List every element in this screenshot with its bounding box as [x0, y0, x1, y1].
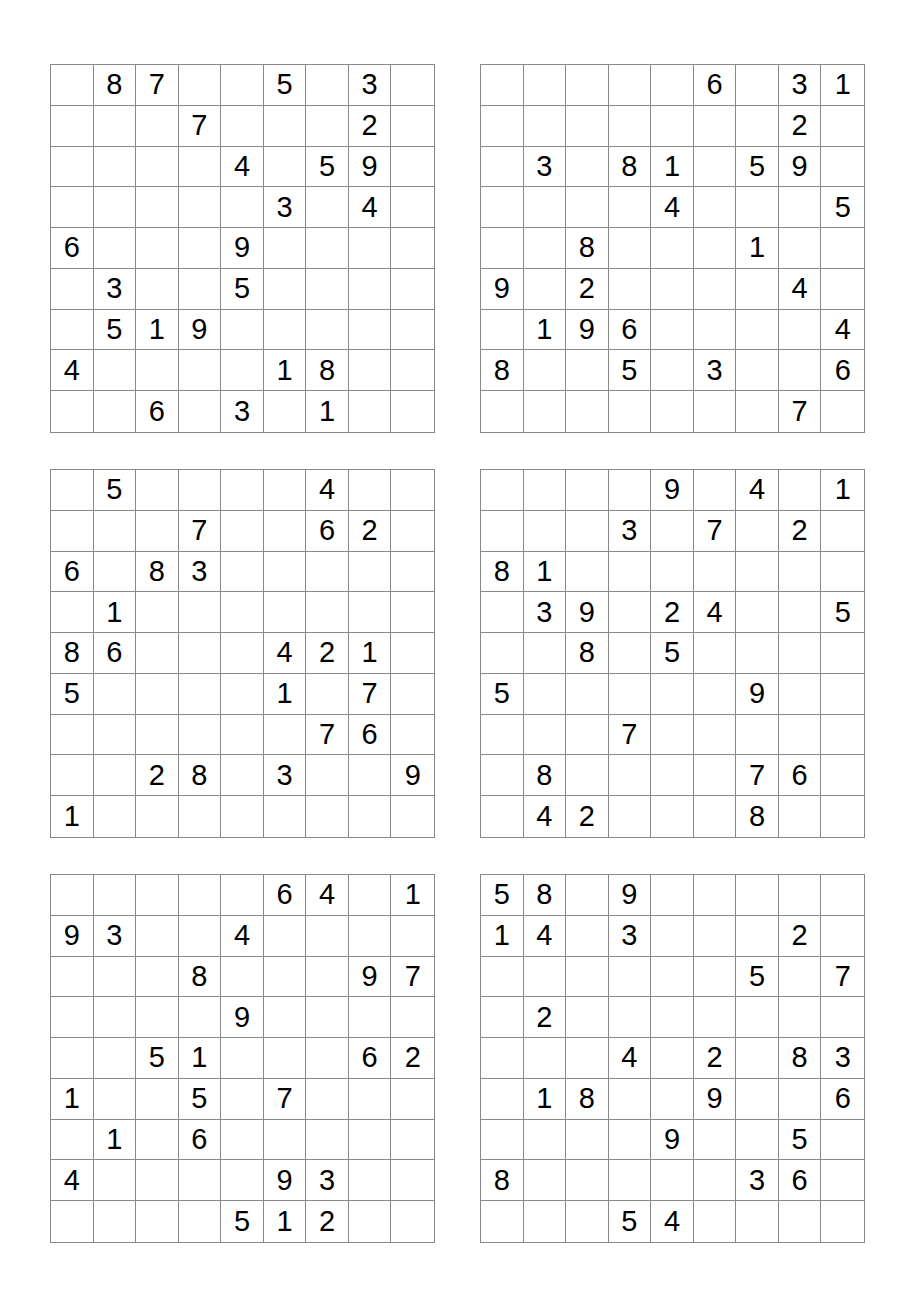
sudoku-board-bottom-left: 6419348979516215716493512: [50, 874, 435, 1243]
sudoku-cell: [306, 1120, 349, 1161]
sudoku-cell: [306, 957, 349, 998]
sudoku-cell: [136, 187, 179, 228]
sudoku-cell: [51, 875, 94, 916]
sudoku-cell: [221, 957, 264, 998]
sudoku-cell: [264, 1038, 307, 1079]
sudoku-cell: [179, 391, 222, 432]
sudoku-cell: 9: [179, 310, 222, 351]
sudoku-cell: [306, 552, 349, 593]
sudoku-cell: [51, 755, 94, 796]
sudoku-cell: [221, 1160, 264, 1201]
sudoku-cell: 9: [566, 310, 609, 351]
sudoku-cell: [264, 715, 307, 756]
sudoku-cell: [221, 796, 264, 837]
sudoku-cell: [136, 1160, 179, 1201]
sudoku-cell: [524, 633, 567, 674]
sudoku-cell: 9: [221, 997, 264, 1038]
sudoku-cell: [349, 310, 392, 351]
sudoku-cell: 9: [566, 592, 609, 633]
sudoku-cell: 1: [306, 391, 349, 432]
sudoku-cell: [136, 633, 179, 674]
sudoku-cell: 3: [821, 1038, 864, 1079]
sudoku-cell: [391, 511, 434, 552]
sudoku-cell: [136, 875, 179, 916]
sudoku-cell: [651, 228, 694, 269]
sudoku-cell: [694, 796, 737, 837]
sudoku-cell: [609, 65, 652, 106]
sudoku-cell: 8: [566, 228, 609, 269]
sudoku-board-top-right: 6312381594581924196485367: [480, 64, 865, 433]
sudoku-cell: [694, 997, 737, 1038]
sudoku-cell: 5: [264, 65, 307, 106]
sudoku-cell: [136, 147, 179, 188]
sudoku-cell: 4: [524, 916, 567, 957]
sudoku-cell: [821, 147, 864, 188]
sudoku-cell: [736, 715, 779, 756]
sudoku-cell: [779, 552, 822, 593]
sudoku-cell: [651, 552, 694, 593]
sudoku-cell: 9: [264, 1160, 307, 1201]
sudoku-cell: [651, 916, 694, 957]
sudoku-cell: [566, 470, 609, 511]
sudoku-cell: [566, 715, 609, 756]
sudoku-cell: [349, 755, 392, 796]
sudoku-cell: 9: [736, 674, 779, 715]
sudoku-cell: [179, 592, 222, 633]
sudoku-cell: [349, 997, 392, 1038]
sudoku-cell: [264, 916, 307, 957]
sudoku-cell: 9: [481, 269, 524, 310]
sudoku-cell: [391, 997, 434, 1038]
sudoku-cell: [609, 269, 652, 310]
sudoku-cell: 5: [179, 1079, 222, 1120]
sudoku-cell: [306, 228, 349, 269]
sudoku-cell: [566, 552, 609, 593]
sudoku-cell: [349, 796, 392, 837]
sudoku-cell: [736, 552, 779, 593]
sudoku-cell: [524, 511, 567, 552]
sudoku-cell: [821, 875, 864, 916]
sudoku-cell: 1: [51, 796, 94, 837]
sudoku-board-top-left: 875372459346935519418631: [50, 64, 435, 433]
sudoku-cell: [221, 1120, 264, 1161]
sudoku-cell: [821, 1201, 864, 1242]
sudoku-cell: [566, 1201, 609, 1242]
sudoku-cell: [694, 674, 737, 715]
sudoku-cell: [94, 957, 137, 998]
sudoku-cell: [524, 1038, 567, 1079]
sudoku-cell: 1: [651, 147, 694, 188]
sudoku-cell: [779, 310, 822, 351]
sudoku-cell: [136, 916, 179, 957]
sudoku-cell: 1: [481, 916, 524, 957]
sudoku-cell: [481, 228, 524, 269]
sudoku-cell: 6: [779, 1160, 822, 1201]
sudoku-cell: [179, 1201, 222, 1242]
sudoku-cell: 6: [51, 228, 94, 269]
sudoku-cell: [524, 228, 567, 269]
sudoku-cell: [694, 552, 737, 593]
sudoku-cell: [136, 997, 179, 1038]
sudoku-cell: 9: [349, 957, 392, 998]
sudoku-cell: [179, 633, 222, 674]
sudoku-cell: 5: [609, 1201, 652, 1242]
sudoku-cell: [391, 228, 434, 269]
sudoku-cell: [94, 997, 137, 1038]
sudoku-cell: [264, 106, 307, 147]
sudoku-cell: 2: [779, 106, 822, 147]
sudoku-cell: [391, 552, 434, 593]
sudoku-cell: [566, 1120, 609, 1161]
sudoku-cell: [651, 391, 694, 432]
sudoku-cell: [609, 1120, 652, 1161]
sudoku-cell: [94, 350, 137, 391]
sudoku-cell: [391, 674, 434, 715]
sudoku-cell: [524, 1201, 567, 1242]
sudoku-cell: [221, 592, 264, 633]
sudoku-cell: 5: [651, 633, 694, 674]
sudoku-cell: [94, 1160, 137, 1201]
sudoku-cell: [481, 310, 524, 351]
sudoku-cell: [136, 796, 179, 837]
sudoku-cell: 5: [821, 592, 864, 633]
sudoku-cell: 2: [524, 997, 567, 1038]
sudoku-board-bottom-right: 5891432572428318969583654: [480, 874, 865, 1243]
sudoku-cell: 1: [349, 633, 392, 674]
sudoku-cell: [349, 350, 392, 391]
sudoku-cell: [264, 147, 307, 188]
sudoku-cell: 4: [651, 187, 694, 228]
sudoku-cell: [566, 674, 609, 715]
sudoku-cell: 9: [651, 470, 694, 511]
sudoku-cell: [264, 552, 307, 593]
sudoku-cell: [221, 674, 264, 715]
sudoku-cell: 6: [349, 715, 392, 756]
sudoku-cell: [566, 1160, 609, 1201]
sudoku-cell: 7: [349, 674, 392, 715]
sudoku-cell: [306, 796, 349, 837]
sudoku-cell: [524, 1120, 567, 1161]
sudoku-cell: 1: [179, 1038, 222, 1079]
sudoku-cell: [264, 310, 307, 351]
sudoku-cell: [306, 187, 349, 228]
sudoku-cell: [736, 916, 779, 957]
sudoku-cell: [221, 470, 264, 511]
sudoku-cell: 9: [779, 147, 822, 188]
sudoku-cell: [221, 552, 264, 593]
sudoku-cell: 6: [694, 65, 737, 106]
sudoku-cell: [566, 65, 609, 106]
sudoku-cell: [94, 147, 137, 188]
sudoku-cell: [349, 916, 392, 957]
sudoku-cell: [51, 470, 94, 511]
sudoku-cell: 2: [566, 796, 609, 837]
sudoku-cell: [694, 391, 737, 432]
sudoku-cell: 5: [736, 147, 779, 188]
sudoku-cell: [736, 1201, 779, 1242]
sudoku-cell: [264, 470, 307, 511]
sudoku-cell: [179, 715, 222, 756]
sudoku-cell: [736, 269, 779, 310]
sudoku-cell: 3: [736, 1160, 779, 1201]
sudoku-cell: [221, 1079, 264, 1120]
sudoku-cell: [221, 1038, 264, 1079]
sudoku-cell: 6: [51, 552, 94, 593]
sudoku-cell: 3: [779, 65, 822, 106]
sudoku-cell: 4: [264, 633, 307, 674]
sudoku-cell: [694, 269, 737, 310]
sudoku-cell: [821, 633, 864, 674]
sudoku-cell: 1: [264, 1201, 307, 1242]
sudoku-cell: [821, 997, 864, 1038]
sudoku-cell: 2: [779, 916, 822, 957]
sudoku-cell: [609, 957, 652, 998]
sudoku-cell: [609, 633, 652, 674]
sudoku-cell: 5: [94, 470, 137, 511]
sudoku-cell: 2: [694, 1038, 737, 1079]
sudoku-cell: [694, 715, 737, 756]
sudoku-cell: [694, 228, 737, 269]
sudoku-cell: [179, 796, 222, 837]
sudoku-cell: [821, 511, 864, 552]
sudoku-cell: [524, 187, 567, 228]
sudoku-cell: [694, 470, 737, 511]
sudoku-cell: [136, 470, 179, 511]
sudoku-cell: [481, 1120, 524, 1161]
sudoku-cell: [566, 755, 609, 796]
sudoku-cell: 2: [349, 106, 392, 147]
sudoku-cell: 3: [264, 755, 307, 796]
sudoku-cell: 7: [694, 511, 737, 552]
sudoku-cell: [391, 65, 434, 106]
sudoku-cell: [221, 755, 264, 796]
sudoku-cell: [136, 511, 179, 552]
sudoku-cell: [391, 1120, 434, 1161]
sudoku-cell: [736, 310, 779, 351]
sudoku-sheet-page: 875372459346935519418631 631238159458192…: [0, 0, 920, 1303]
sudoku-cell: [94, 106, 137, 147]
sudoku-cell: [136, 674, 179, 715]
sudoku-cell: [481, 65, 524, 106]
sudoku-cell: 2: [391, 1038, 434, 1079]
sudoku-cell: [51, 147, 94, 188]
sudoku-cell: [736, 1038, 779, 1079]
sudoku-cell: 9: [221, 228, 264, 269]
sudoku-cell: [524, 470, 567, 511]
sudoku-cell: [179, 1160, 222, 1201]
sudoku-cell: [524, 65, 567, 106]
sudoku-cell: 2: [306, 1201, 349, 1242]
sudoku-cell: [694, 1120, 737, 1161]
sudoku-cell: [694, 106, 737, 147]
sudoku-cell: [609, 228, 652, 269]
sudoku-cell: 3: [349, 65, 392, 106]
sudoku-cell: [609, 187, 652, 228]
sudoku-cell: [694, 633, 737, 674]
sudoku-cell: [349, 1160, 392, 1201]
sudoku-cell: [264, 511, 307, 552]
sudoku-cell: 2: [349, 511, 392, 552]
sudoku-cell: [524, 957, 567, 998]
sudoku-cell: 3: [694, 350, 737, 391]
sudoku-cell: 1: [264, 674, 307, 715]
sudoku-cell: 3: [306, 1160, 349, 1201]
sudoku-cell: [349, 1201, 392, 1242]
sudoku-cell: 1: [94, 592, 137, 633]
sudoku-cell: [51, 997, 94, 1038]
sudoku-cell: [391, 391, 434, 432]
sudoku-cell: 1: [264, 350, 307, 391]
sudoku-cell: [694, 1201, 737, 1242]
sudoku-cell: 9: [391, 755, 434, 796]
sudoku-cell: [651, 1160, 694, 1201]
sudoku-cell: 7: [609, 715, 652, 756]
sudoku-cell: [651, 1079, 694, 1120]
sudoku-cell: 3: [179, 552, 222, 593]
sudoku-cell: [609, 470, 652, 511]
sudoku-cell: 6: [821, 350, 864, 391]
sudoku-cell: 1: [524, 552, 567, 593]
sudoku-cell: [349, 269, 392, 310]
sudoku-cell: [694, 187, 737, 228]
sudoku-cell: [481, 1079, 524, 1120]
sudoku-cell: 4: [651, 1201, 694, 1242]
sudoku-cell: [779, 997, 822, 1038]
sudoku-cell: [136, 1201, 179, 1242]
sudoku-cell: [779, 674, 822, 715]
sudoku-cell: [821, 1120, 864, 1161]
sudoku-cell: 3: [264, 187, 307, 228]
sudoku-cell: [391, 147, 434, 188]
sudoku-cell: [566, 957, 609, 998]
sudoku-cell: 3: [609, 511, 652, 552]
sudoku-cell: [136, 269, 179, 310]
sudoku-cell: 8: [524, 875, 567, 916]
sudoku-cell: [651, 1038, 694, 1079]
sudoku-cell: [651, 310, 694, 351]
sudoku-cell: [779, 1201, 822, 1242]
sudoku-cell: [694, 755, 737, 796]
sudoku-cell: 1: [524, 1079, 567, 1120]
sudoku-cell: [779, 875, 822, 916]
sudoku-cell: [651, 269, 694, 310]
sudoku-cell: [566, 1038, 609, 1079]
sudoku-cell: [136, 1120, 179, 1161]
sudoku-cell: [651, 796, 694, 837]
sudoku-cell: [651, 957, 694, 998]
sudoku-cell: [94, 755, 137, 796]
sudoku-cell: [779, 228, 822, 269]
sudoku-cell: [821, 391, 864, 432]
sudoku-cell: [349, 552, 392, 593]
puzzle-sheet: 875372459346935519418631 631238159458192…: [50, 64, 865, 1243]
sudoku-cell: [306, 916, 349, 957]
sudoku-cell: [651, 511, 694, 552]
sudoku-cell: [694, 1160, 737, 1201]
sudoku-cell: [349, 875, 392, 916]
sudoku-cell: [566, 916, 609, 957]
sudoku-cell: [179, 228, 222, 269]
sudoku-cell: [779, 1079, 822, 1120]
sudoku-cell: [391, 269, 434, 310]
sudoku-cell: 8: [736, 796, 779, 837]
sudoku-cell: [694, 310, 737, 351]
sudoku-cell: 2: [136, 755, 179, 796]
sudoku-cell: [349, 228, 392, 269]
sudoku-cell: 8: [566, 633, 609, 674]
sudoku-cell: [779, 796, 822, 837]
sudoku-cell: 4: [306, 470, 349, 511]
sudoku-cell: [51, 391, 94, 432]
sudoku-cell: [94, 228, 137, 269]
sudoku-cell: 8: [179, 755, 222, 796]
sudoku-cell: [136, 592, 179, 633]
sudoku-cell: [566, 511, 609, 552]
sudoku-cell: [609, 755, 652, 796]
sudoku-cell: 7: [391, 957, 434, 998]
sudoku-cell: [609, 1160, 652, 1201]
sudoku-cell: 4: [609, 1038, 652, 1079]
sudoku-cell: [609, 391, 652, 432]
sudoku-cell: [481, 957, 524, 998]
sudoku-cell: 4: [306, 875, 349, 916]
sudoku-cell: 7: [779, 391, 822, 432]
sudoku-cell: [136, 957, 179, 998]
sudoku-cell: 4: [51, 1160, 94, 1201]
sudoku-cell: 2: [306, 633, 349, 674]
sudoku-cell: [779, 187, 822, 228]
sudoku-cell: 4: [779, 269, 822, 310]
sudoku-cell: [566, 391, 609, 432]
sudoku-cell: [306, 65, 349, 106]
sudoku-cell: [51, 187, 94, 228]
sudoku-cell: [736, 350, 779, 391]
sudoku-cell: [179, 875, 222, 916]
sudoku-cell: [221, 715, 264, 756]
sudoku-cell: 5: [609, 350, 652, 391]
sudoku-cell: [391, 715, 434, 756]
sudoku-cell: 3: [524, 147, 567, 188]
sudoku-cell: 8: [779, 1038, 822, 1079]
sudoku-cell: 5: [94, 310, 137, 351]
sudoku-cell: [524, 350, 567, 391]
sudoku-board-middle-left: 547626831864215177628391: [50, 469, 435, 838]
sudoku-cell: [694, 916, 737, 957]
sudoku-cell: 5: [736, 957, 779, 998]
sudoku-cell: 7: [306, 715, 349, 756]
sudoku-cell: [821, 106, 864, 147]
sudoku-cell: [391, 1079, 434, 1120]
sudoku-cell: [179, 470, 222, 511]
sudoku-cell: 1: [524, 310, 567, 351]
sudoku-cell: [821, 269, 864, 310]
sudoku-cell: [94, 391, 137, 432]
sudoku-cell: 3: [221, 391, 264, 432]
sudoku-cell: [481, 592, 524, 633]
sudoku-cell: 1: [94, 1120, 137, 1161]
sudoku-cell: [221, 187, 264, 228]
sudoku-cell: [821, 228, 864, 269]
sudoku-cell: [391, 187, 434, 228]
sudoku-cell: [736, 65, 779, 106]
sudoku-cell: 6: [821, 1079, 864, 1120]
sudoku-cell: [736, 187, 779, 228]
sudoku-cell: 9: [694, 1079, 737, 1120]
sudoku-cell: [264, 269, 307, 310]
sudoku-cell: 7: [136, 65, 179, 106]
sudoku-cell: [779, 350, 822, 391]
sudoku-cell: 1: [821, 65, 864, 106]
